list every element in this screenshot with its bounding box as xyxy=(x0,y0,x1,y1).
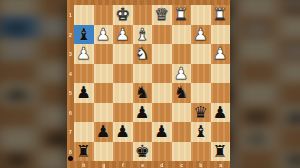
square-h4[interactable] xyxy=(74,64,94,84)
square-e8[interactable]: ♚ xyxy=(133,142,153,162)
square-b6: ♛ xyxy=(237,105,277,127)
square-b8[interactable] xyxy=(191,142,211,162)
square-c5[interactable]: ♞ xyxy=(172,83,192,103)
white-pawn-icon[interactable]: ♟ xyxy=(191,25,211,45)
square-f3[interactable] xyxy=(113,44,133,64)
square-h1[interactable] xyxy=(74,5,94,25)
square-g4[interactable] xyxy=(94,64,114,84)
file-label-b: b xyxy=(192,162,209,168)
square-a6: ♟ xyxy=(277,105,300,127)
white-pawn-icon[interactable]: ♟ xyxy=(94,25,114,45)
square-b7[interactable]: ♝ xyxy=(191,122,211,142)
square-e6[interactable]: ♟ xyxy=(133,103,153,123)
black-pawn-icon[interactable]: ♟ xyxy=(133,103,153,123)
square-f5[interactable] xyxy=(113,83,133,103)
square-d7[interactable]: ♟ xyxy=(152,122,172,142)
square-b5 xyxy=(237,83,277,105)
turn-indicator-dot xyxy=(68,156,73,161)
square-c2[interactable] xyxy=(172,25,192,45)
file-label-h: h xyxy=(75,162,92,168)
video-frame: ♚♛♜♜♝♟♟♝♟♟♞♟♟♟♞♞♟♛♟♟♟♟♝♜♚♜12345678hgfedc… xyxy=(0,0,300,168)
square-h5: ♟ xyxy=(0,83,37,105)
square-e5[interactable]: ♞ xyxy=(133,83,153,103)
black-rook-icon: ♜ xyxy=(277,150,300,168)
square-f2[interactable]: ♟ xyxy=(113,25,133,45)
square-b1[interactable] xyxy=(191,5,211,25)
square-h4 xyxy=(0,61,37,83)
black-pawn-icon[interactable]: ♟ xyxy=(94,122,114,142)
square-a1: ♜ xyxy=(277,0,300,16)
white-bishop-icon[interactable]: ♝ xyxy=(133,25,153,45)
square-a1[interactable]: ♜ xyxy=(211,5,231,25)
square-g8[interactable] xyxy=(94,142,114,162)
white-pawn-icon[interactable]: ♟ xyxy=(74,44,94,64)
square-h2[interactable]: ♝ xyxy=(74,25,94,45)
square-c3[interactable] xyxy=(172,44,192,64)
square-b4[interactable] xyxy=(191,64,211,84)
square-d2[interactable] xyxy=(152,25,172,45)
black-bishop-icon[interactable]: ♝ xyxy=(191,122,211,142)
black-pawn-icon[interactable]: ♟ xyxy=(74,83,94,103)
black-knight-icon[interactable]: ♞ xyxy=(133,83,153,103)
square-b3 xyxy=(237,38,277,60)
square-g7[interactable]: ♟ xyxy=(94,122,114,142)
square-b4 xyxy=(237,61,277,83)
file-label-f: f xyxy=(114,162,131,168)
rank-label-5: 5 xyxy=(68,84,74,101)
square-g6[interactable] xyxy=(94,103,114,123)
black-king-icon[interactable]: ♚ xyxy=(133,142,153,162)
square-a8: ♜ xyxy=(277,150,300,168)
white-king-icon[interactable]: ♚ xyxy=(113,5,133,25)
square-f8[interactable] xyxy=(113,142,133,162)
square-h7[interactable] xyxy=(74,122,94,142)
black-pawn-icon[interactable]: ♟ xyxy=(113,122,133,142)
square-e2[interactable]: ♝ xyxy=(133,25,153,45)
square-a2 xyxy=(277,16,300,38)
square-d6[interactable] xyxy=(152,103,172,123)
square-f1[interactable]: ♚ xyxy=(113,5,133,25)
white-rook-icon[interactable]: ♜ xyxy=(172,5,192,25)
black-knight-icon[interactable]: ♞ xyxy=(172,83,192,103)
square-c6[interactable] xyxy=(172,103,192,123)
file-label-e: e xyxy=(134,162,151,168)
file-labels: hgfedcba xyxy=(74,161,230,168)
black-pawn-icon: ♟ xyxy=(277,105,300,127)
square-g3[interactable] xyxy=(94,44,114,64)
square-b8 xyxy=(237,150,277,168)
black-queen-icon: ♛ xyxy=(237,105,277,127)
square-f6[interactable] xyxy=(113,103,133,123)
square-b2[interactable]: ♟ xyxy=(191,25,211,45)
white-rook-icon: ♜ xyxy=(277,0,300,16)
square-a5 xyxy=(277,83,300,105)
square-h3[interactable]: ♟ xyxy=(74,44,94,64)
white-rook-icon[interactable]: ♜ xyxy=(211,5,231,25)
rank-label-4: 4 xyxy=(68,65,74,82)
square-a8[interactable]: ♜ xyxy=(211,142,231,162)
square-a4 xyxy=(277,61,300,83)
squares-grid: ♚♛♜♜♝♟♟♝♟♟♞♟♟♟♞♞♟♛♟♟♟♟♝♜♚♜ xyxy=(74,5,230,161)
square-a7[interactable] xyxy=(211,122,231,142)
white-pawn-icon[interactable]: ♟ xyxy=(113,25,133,45)
file-label-d: d xyxy=(153,162,170,168)
square-g1[interactable] xyxy=(94,5,114,25)
square-h7 xyxy=(0,127,37,149)
square-h3: ♟ xyxy=(0,38,37,60)
square-h8: ♜ xyxy=(0,150,37,168)
black-rook-icon[interactable]: ♜ xyxy=(211,142,231,162)
square-a6[interactable]: ♟ xyxy=(211,103,231,123)
white-queen-icon[interactable]: ♛ xyxy=(152,5,172,25)
white-pawn-icon: ♟ xyxy=(277,38,300,60)
square-c4[interactable]: ♟ xyxy=(172,64,192,84)
square-c7[interactable] xyxy=(172,122,192,142)
black-bishop-icon: ♝ xyxy=(237,127,277,149)
square-d5[interactable] xyxy=(152,83,172,103)
black-queen-icon[interactable]: ♛ xyxy=(191,103,211,123)
black-bishop-icon: ♝ xyxy=(0,16,37,38)
square-h6 xyxy=(0,105,37,127)
square-a5[interactable] xyxy=(211,83,231,103)
square-c8[interactable] xyxy=(172,142,192,162)
white-pawn-icon: ♟ xyxy=(237,16,277,38)
square-b5[interactable] xyxy=(191,83,211,103)
square-b2: ♟ xyxy=(237,16,277,38)
square-e1[interactable] xyxy=(133,5,153,25)
black-pawn-icon[interactable]: ♟ xyxy=(211,103,231,123)
square-d8[interactable] xyxy=(152,142,172,162)
black-bishop-icon[interactable]: ♝ xyxy=(74,25,94,45)
rank-labels: 12345678 xyxy=(67,5,74,161)
square-b1 xyxy=(237,0,277,16)
square-b3[interactable] xyxy=(191,44,211,64)
chess-board[interactable]: ♚♛♜♜♝♟♟♝♟♟♞♟♟♟♞♞♟♛♟♟♟♟♝♜♚♜12345678hgfedc… xyxy=(67,0,230,168)
square-h5[interactable]: ♟ xyxy=(74,83,94,103)
square-e3[interactable]: ♞ xyxy=(133,44,153,64)
square-d4[interactable] xyxy=(152,64,172,84)
file-label-g: g xyxy=(95,162,112,168)
file-label-c: c xyxy=(173,162,190,168)
square-h8[interactable]: ♜ xyxy=(74,142,94,162)
square-d1[interactable]: ♛ xyxy=(152,5,172,25)
square-g2[interactable]: ♟ xyxy=(94,25,114,45)
square-a4[interactable] xyxy=(211,64,231,84)
square-a7 xyxy=(277,127,300,149)
square-b6[interactable]: ♛ xyxy=(191,103,211,123)
black-pawn-icon: ♟ xyxy=(0,83,37,105)
square-h6[interactable] xyxy=(74,103,94,123)
rank-label-1: 1 xyxy=(68,6,74,23)
square-h2: ♝ xyxy=(0,16,37,38)
square-h1 xyxy=(0,0,37,16)
rank-label-3: 3 xyxy=(68,45,74,62)
rank-label-6: 6 xyxy=(68,104,74,121)
square-a2[interactable] xyxy=(211,25,231,45)
white-pawn-icon[interactable]: ♟ xyxy=(211,44,231,64)
square-c1[interactable]: ♜ xyxy=(172,5,192,25)
white-pawn-icon: ♟ xyxy=(0,38,37,60)
white-pawn-icon[interactable]: ♟ xyxy=(172,64,192,84)
square-d3[interactable] xyxy=(152,44,172,64)
square-e7[interactable] xyxy=(133,122,153,142)
square-f7[interactable]: ♟ xyxy=(113,122,133,142)
square-f4[interactable] xyxy=(113,64,133,84)
file-label-a: a xyxy=(212,162,229,168)
black-pawn-icon[interactable]: ♟ xyxy=(152,122,172,142)
white-knight-icon[interactable]: ♞ xyxy=(133,44,153,64)
square-a3[interactable]: ♟ xyxy=(211,44,231,64)
square-b7: ♝ xyxy=(237,127,277,149)
rank-label-7: 7 xyxy=(68,123,74,140)
black-rook-icon: ♜ xyxy=(0,150,37,168)
black-rook-icon[interactable]: ♜ xyxy=(74,142,94,162)
square-g5[interactable] xyxy=(94,83,114,103)
square-a3: ♟ xyxy=(277,38,300,60)
rank-label-2: 2 xyxy=(68,26,74,43)
square-e4[interactable] xyxy=(133,64,153,84)
